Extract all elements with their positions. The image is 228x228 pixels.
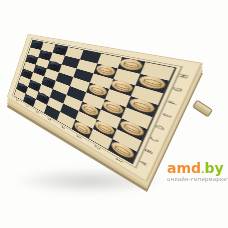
rank-label: 8 xyxy=(15,99,19,102)
product-photo-canvas: ⛂⛂⛀⛂⛀⛀⛂⛂⛀⛂⛀⛀⛂⛂⛀⛂⛀⛀⛂⛂⛀⛂⛀⛀ 87654321 HGFEDC… xyxy=(0,0,228,228)
file-label: D xyxy=(154,124,167,132)
rank-label: 7 xyxy=(25,104,29,108)
board-latch xyxy=(192,100,213,118)
file-label: A xyxy=(138,159,150,167)
file-label: H xyxy=(177,73,191,79)
rank-label: 2 xyxy=(93,144,101,150)
rank-label: 4 xyxy=(60,125,66,130)
watermark-brand-amd: amd xyxy=(167,160,201,176)
store-watermark: amd.by онлайн-гипермаркет xyxy=(167,161,225,184)
file-label: F xyxy=(165,99,178,105)
rank-label: 6 xyxy=(35,110,40,114)
rank-label: 5 xyxy=(47,117,52,121)
watermark-tagline: онлайн-гипермаркет xyxy=(167,176,212,182)
file-label: G xyxy=(171,86,185,92)
file-label: C xyxy=(148,136,160,144)
rank-label: 3 xyxy=(75,134,82,140)
file-label: E xyxy=(159,112,172,119)
file-label: B xyxy=(143,148,155,156)
watermark-brand: amd.by xyxy=(167,161,225,176)
watermark-brand-by: by xyxy=(204,160,223,176)
